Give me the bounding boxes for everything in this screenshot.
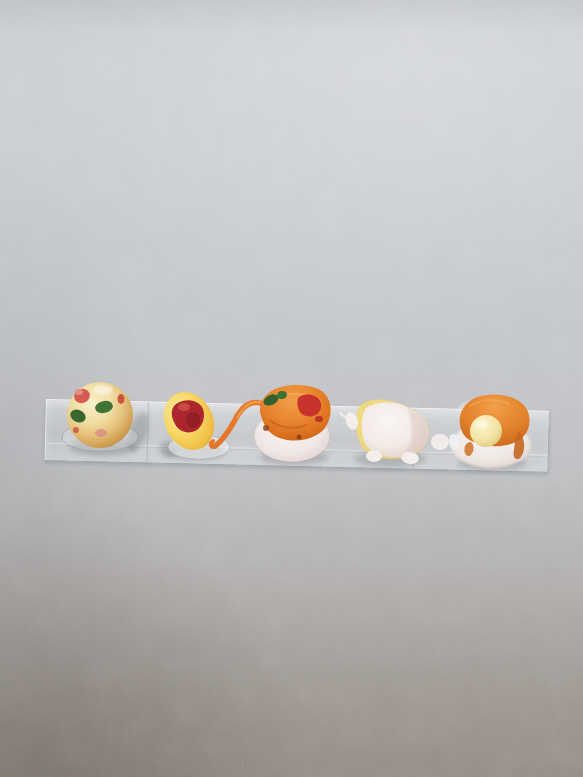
tomato-topping (75, 389, 83, 395)
ketchup (178, 403, 190, 411)
miniature-food-row (0, 0, 583, 777)
tomato-piece (315, 416, 323, 422)
white-garnish (366, 450, 382, 462)
mini-pizza-ball (62, 382, 153, 456)
sausage-bit (297, 435, 302, 440)
ketchup (186, 412, 200, 428)
mini-pudding (448, 394, 531, 471)
sausage-bit (263, 425, 269, 431)
tomato-topping (118, 394, 125, 404)
custard-highlight (476, 420, 488, 428)
highlight (93, 385, 113, 395)
photo-scene (0, 0, 583, 777)
custard-ball (470, 415, 502, 447)
tomato-topping (95, 429, 107, 437)
tomato-topping (73, 427, 79, 433)
mini-napolitan-spaghetti (211, 385, 331, 465)
mini-cream-omurice (344, 400, 449, 467)
white-garnish (431, 434, 449, 450)
mini-omurice (155, 384, 230, 460)
